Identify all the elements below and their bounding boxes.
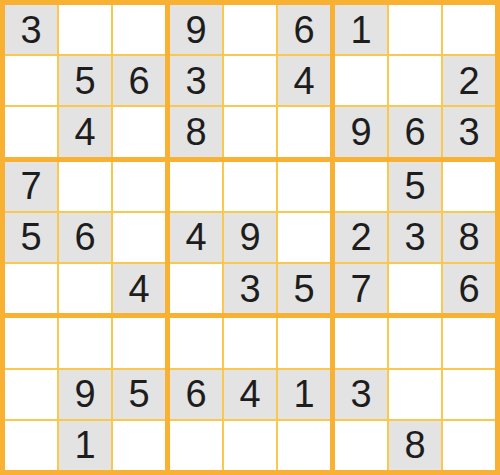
cell-r5c8: 3	[389, 213, 441, 262]
cell-r1c3[interactable]	[113, 5, 165, 54]
cell-r5c1: 5	[5, 213, 57, 262]
cell-r8c8[interactable]	[389, 370, 441, 419]
box-2-1: 7564	[5, 162, 165, 314]
cell-r2c1[interactable]	[5, 56, 57, 105]
cell-r9c9[interactable]	[443, 421, 495, 470]
cell-r6c5: 3	[224, 264, 276, 313]
cell-r6c7: 7	[335, 264, 387, 313]
cell-r8c1[interactable]	[5, 370, 57, 419]
cell-r1c2[interactable]	[59, 5, 111, 54]
cell-r5c4: 4	[170, 213, 222, 262]
cell-r7c2[interactable]	[59, 318, 111, 367]
box-2-2: 4935	[170, 162, 330, 314]
cell-r8c5: 4	[224, 370, 276, 419]
cell-r3c1[interactable]	[5, 107, 57, 156]
cell-r5c9: 8	[443, 213, 495, 262]
cell-r5c2: 6	[59, 213, 111, 262]
cell-r2c2: 5	[59, 56, 111, 105]
cell-r5c7: 2	[335, 213, 387, 262]
cell-r7c1[interactable]	[5, 318, 57, 367]
cell-r1c1: 3	[5, 5, 57, 54]
cell-r5c3[interactable]	[113, 213, 165, 262]
cell-r8c2: 9	[59, 370, 111, 419]
cell-r9c1[interactable]	[5, 421, 57, 470]
cell-r2c9: 2	[443, 56, 495, 105]
cell-r9c3[interactable]	[113, 421, 165, 470]
cell-r5c6[interactable]	[278, 213, 330, 262]
cell-r6c1[interactable]	[5, 264, 57, 313]
cell-r2c5[interactable]	[224, 56, 276, 105]
cell-r3c9: 3	[443, 107, 495, 156]
box-1-3: 12963	[335, 5, 495, 157]
cell-r2c3: 6	[113, 56, 165, 105]
cell-r6c6: 5	[278, 264, 330, 313]
cell-r3c5[interactable]	[224, 107, 276, 156]
cell-r4c8: 5	[389, 162, 441, 211]
box-3-3: 38	[335, 318, 495, 470]
cell-r8c9[interactable]	[443, 370, 495, 419]
cell-r4c7[interactable]	[335, 162, 387, 211]
cell-r7c7[interactable]	[335, 318, 387, 367]
cell-r6c2[interactable]	[59, 264, 111, 313]
cell-r8c3: 5	[113, 370, 165, 419]
cell-r9c4[interactable]	[170, 421, 222, 470]
cell-r7c9[interactable]	[443, 318, 495, 367]
box-1-2: 96348	[170, 5, 330, 157]
box-2-3: 523876	[335, 162, 495, 314]
cell-r3c2: 4	[59, 107, 111, 156]
cell-r7c6[interactable]	[278, 318, 330, 367]
cell-r3c4: 8	[170, 107, 222, 156]
cell-r3c8: 6	[389, 107, 441, 156]
cell-r6c3: 4	[113, 264, 165, 313]
cell-r2c7[interactable]	[335, 56, 387, 105]
cell-r4c1: 7	[5, 162, 57, 211]
cell-r6c9: 6	[443, 264, 495, 313]
cell-r1c6: 6	[278, 5, 330, 54]
cell-r7c4[interactable]	[170, 318, 222, 367]
cell-r8c6: 1	[278, 370, 330, 419]
cell-r4c6[interactable]	[278, 162, 330, 211]
cell-r1c8[interactable]	[389, 5, 441, 54]
cell-r2c6: 4	[278, 56, 330, 105]
cell-r2c8[interactable]	[389, 56, 441, 105]
cell-r4c5[interactable]	[224, 162, 276, 211]
box-1-1: 3564	[5, 5, 165, 157]
box-3-2: 641	[170, 318, 330, 470]
cell-r9c2: 1	[59, 421, 111, 470]
cell-r8c4: 6	[170, 370, 222, 419]
cell-r3c6[interactable]	[278, 107, 330, 156]
cell-r8c7: 3	[335, 370, 387, 419]
cell-r9c5[interactable]	[224, 421, 276, 470]
cell-r1c9[interactable]	[443, 5, 495, 54]
cell-r9c6[interactable]	[278, 421, 330, 470]
cell-r5c5: 9	[224, 213, 276, 262]
cell-r4c9[interactable]	[443, 162, 495, 211]
box-3-1: 951	[5, 318, 165, 470]
sudoku-board: 356496348129637564493552387695164138	[0, 0, 500, 475]
cell-r1c5[interactable]	[224, 5, 276, 54]
cell-r3c7: 9	[335, 107, 387, 156]
cell-r3c3[interactable]	[113, 107, 165, 156]
cell-r7c5[interactable]	[224, 318, 276, 367]
cell-r1c4: 9	[170, 5, 222, 54]
cell-r1c7: 1	[335, 5, 387, 54]
cell-r7c8[interactable]	[389, 318, 441, 367]
cell-r4c4[interactable]	[170, 162, 222, 211]
cell-r6c4[interactable]	[170, 264, 222, 313]
cell-r4c2[interactable]	[59, 162, 111, 211]
cell-r7c3[interactable]	[113, 318, 165, 367]
cell-r9c7[interactable]	[335, 421, 387, 470]
cell-r6c8[interactable]	[389, 264, 441, 313]
cell-r2c4: 3	[170, 56, 222, 105]
cell-r9c8: 8	[389, 421, 441, 470]
cell-r4c3[interactable]	[113, 162, 165, 211]
